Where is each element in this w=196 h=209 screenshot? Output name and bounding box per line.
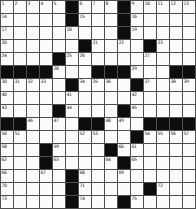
cell-r7-c11: [131, 79, 143, 91]
clue-number: 42: [132, 92, 137, 97]
cell-r14-c11[interactable]: [131, 170, 143, 182]
clue-number: 11: [158, 1, 163, 6]
cell-r11-c7[interactable]: 52: [79, 131, 91, 143]
cell-r8-c12[interactable]: [144, 92, 156, 104]
cell-r4-c15[interactable]: [183, 40, 195, 52]
cell-r14-c14[interactable]: [170, 170, 182, 182]
cell-r16-c3[interactable]: [27, 196, 39, 208]
cell-r15-c12: [144, 183, 156, 195]
cell-r7-c12[interactable]: 37: [144, 79, 156, 91]
cell-r1-c9[interactable]: 8: [105, 1, 117, 13]
cell-r5-c9[interactable]: [105, 53, 117, 65]
cell-r1-c8[interactable]: 7: [92, 1, 104, 13]
cell-r14-c2[interactable]: [14, 170, 26, 182]
cell-r14-c10[interactable]: 69: [118, 170, 130, 182]
clue-number: 21: [93, 40, 98, 45]
cell-r8-c11[interactable]: 42: [131, 92, 143, 104]
cell-r14-c3[interactable]: [27, 170, 39, 182]
cell-r11-c11: [131, 131, 143, 143]
cell-r12-c10[interactable]: 60: [118, 144, 130, 156]
cell-r16-c4[interactable]: [40, 196, 52, 208]
cell-r4-c5[interactable]: [53, 40, 65, 52]
cell-r11-c13[interactable]: 55: [157, 131, 169, 143]
cell-r3-c15[interactable]: [183, 27, 195, 39]
cell-r4-c13[interactable]: 23: [157, 40, 169, 52]
cell-r5-c13[interactable]: [157, 53, 169, 65]
cell-r16-c13[interactable]: [157, 196, 169, 208]
cell-r3-c2[interactable]: [14, 27, 26, 39]
cell-r4-c2[interactable]: [14, 40, 26, 52]
cell-r14-c9[interactable]: [105, 170, 117, 182]
cell-r11-c6[interactable]: [66, 131, 78, 143]
cell-r12-c8[interactable]: [92, 144, 104, 156]
cell-r11-c1[interactable]: 50: [1, 131, 13, 143]
cell-r5-c3[interactable]: [27, 53, 39, 65]
cell-r4-c12: [144, 40, 156, 52]
clue-number: 35: [93, 79, 98, 84]
cell-r15-c11[interactable]: [131, 183, 143, 195]
cell-r2-c15[interactable]: [183, 14, 195, 26]
clue-number: 73: [2, 196, 7, 201]
cell-r12-c9: [105, 144, 117, 156]
cell-r13-c8[interactable]: [92, 157, 104, 169]
cell-r14-c7[interactable]: 68: [79, 170, 91, 182]
clue-number: 45: [132, 105, 137, 110]
cell-r5-c7[interactable]: 26: [79, 53, 91, 65]
cell-r15-c8[interactable]: [92, 183, 104, 195]
cell-r9-c9[interactable]: [105, 105, 117, 117]
cell-r10-c15: [183, 118, 195, 130]
cell-r1-c2[interactable]: 2: [14, 1, 26, 13]
cell-r1-c14[interactable]: 12: [170, 1, 182, 13]
clue-number: 29: [132, 66, 137, 71]
cell-r10-c7: [79, 118, 91, 130]
cell-r10-c2: [14, 118, 26, 130]
cell-r3-c13[interactable]: [157, 27, 169, 39]
clue-number: 41: [67, 92, 72, 97]
cell-r3-c6[interactable]: 18: [66, 27, 78, 39]
cell-r6-c6[interactable]: [66, 66, 78, 78]
cell-r11-c3[interactable]: [27, 131, 39, 143]
clue-number: 19: [132, 27, 137, 32]
cell-r1-c7[interactable]: 6: [79, 1, 91, 13]
clue-number: 68: [80, 170, 85, 175]
cell-r6-c10: [118, 66, 130, 78]
clue-number: 53: [93, 131, 98, 136]
cell-r2-c1[interactable]: 14: [1, 14, 13, 26]
cell-r13-c12[interactable]: [144, 157, 156, 169]
clue-number: 4: [41, 1, 44, 6]
cell-r15-c2[interactable]: [14, 183, 26, 195]
cell-r6-c3: [27, 66, 39, 78]
cell-r10-c9[interactable]: 48: [105, 118, 117, 130]
cell-r9-c11[interactable]: 45: [131, 105, 143, 117]
cell-r3-c1[interactable]: 17: [1, 27, 13, 39]
clue-number: 28: [54, 66, 59, 71]
cell-r9-c6[interactable]: 44: [66, 105, 78, 117]
crossword-board: 1234567891011121314151617181920212223242…: [0, 0, 196, 209]
clue-number: 67: [41, 170, 46, 175]
cell-r9-c3[interactable]: [27, 105, 39, 117]
clue-number: 48: [106, 118, 111, 123]
cell-r13-c9[interactable]: 64: [105, 157, 117, 169]
cell-r10-c8: [92, 118, 104, 130]
clue-number: 51: [15, 131, 20, 136]
cell-r10-c10[interactable]: 49: [118, 118, 130, 130]
cell-r16-c10: [118, 196, 130, 208]
cell-r9-c14[interactable]: [170, 105, 182, 117]
cell-r15-c9[interactable]: [105, 183, 117, 195]
cell-r9-c12[interactable]: [144, 105, 156, 117]
cell-r2-c4[interactable]: [40, 14, 52, 26]
cell-r12-c15[interactable]: [183, 144, 195, 156]
cell-r16-c7[interactable]: 74: [79, 196, 91, 208]
cell-r2-c5[interactable]: [53, 14, 65, 26]
clue-number: 37: [145, 79, 150, 84]
cell-r14-c15[interactable]: [183, 170, 195, 182]
cell-r3-c10: [118, 27, 130, 39]
cell-r7-c13[interactable]: [157, 79, 169, 91]
cell-r12-c14[interactable]: [170, 144, 182, 156]
cell-r15-c7[interactable]: 71: [79, 183, 91, 195]
cell-r16-c8[interactable]: [92, 196, 104, 208]
cell-r3-c9[interactable]: [105, 27, 117, 39]
cell-r8-c3[interactable]: [27, 92, 39, 104]
clue-number: 55: [158, 131, 163, 136]
cell-r12-c13[interactable]: [157, 144, 169, 156]
clue-number: 14: [2, 14, 7, 19]
clue-number: 40: [2, 92, 7, 97]
cell-r8-c1[interactable]: 40: [1, 92, 13, 104]
cell-r4-c9[interactable]: [105, 40, 117, 52]
clue-number: 69: [119, 170, 124, 175]
cell-r2-c10: [118, 14, 130, 26]
clue-number: 65: [132, 157, 137, 162]
clue-number: 75: [132, 196, 137, 201]
cell-r8-c4[interactable]: [40, 92, 52, 104]
cell-r11-c14[interactable]: 56: [170, 131, 182, 143]
cell-r8-c9[interactable]: [105, 92, 117, 104]
cell-r4-c8[interactable]: 21: [92, 40, 104, 52]
cell-r7-c14[interactable]: 38: [170, 79, 182, 91]
cell-r7-c9[interactable]: 36: [105, 79, 117, 91]
cell-r12-c2[interactable]: [14, 144, 26, 156]
cell-r14-c6: [66, 170, 78, 182]
cell-r6-c2: [14, 66, 26, 78]
clue-number: 20: [2, 40, 7, 45]
cell-r7-c7[interactable]: 34: [79, 79, 91, 91]
clue-number: 50: [2, 131, 7, 136]
cell-r9-c13[interactable]: [157, 105, 169, 117]
cell-r2-c2[interactable]: [14, 14, 26, 26]
cell-r9-c1[interactable]: 43: [1, 105, 13, 117]
cell-r7-c4[interactable]: 33: [40, 79, 52, 91]
clue-number: 54: [145, 131, 150, 136]
cell-r13-c14[interactable]: [170, 157, 182, 169]
clue-number: 17: [2, 27, 7, 32]
cell-r6-c7[interactable]: [79, 66, 91, 78]
cell-r9-c7[interactable]: [79, 105, 91, 117]
cell-r1-c4[interactable]: 4: [40, 1, 52, 13]
clue-number: 63: [54, 157, 59, 162]
cell-r5-c12[interactable]: 27: [144, 53, 156, 65]
cell-r15-c10[interactable]: [118, 183, 130, 195]
cell-r3-c4[interactable]: [40, 27, 52, 39]
cell-r4-c14[interactable]: [170, 40, 182, 52]
clue-number: 56: [171, 131, 176, 136]
cell-r11-c12[interactable]: 54: [144, 131, 156, 143]
cell-r16-c15[interactable]: [183, 196, 195, 208]
clue-number: 46: [28, 118, 33, 123]
clue-number: 58: [2, 144, 7, 149]
cell-r13-c11[interactable]: 65: [131, 157, 143, 169]
clue-number: 66: [2, 170, 7, 175]
cell-r5-c10[interactable]: [118, 53, 130, 65]
cell-r7-c15[interactable]: 39: [183, 79, 195, 91]
cell-r16-c5[interactable]: [53, 196, 65, 208]
cell-r13-c5[interactable]: 63: [53, 157, 65, 169]
cell-r11-c2[interactable]: 51: [14, 131, 26, 143]
clue-number: 43: [2, 105, 7, 110]
clue-number: 22: [119, 40, 124, 45]
cell-r16-c11[interactable]: 75: [131, 196, 143, 208]
clue-number: 10: [145, 1, 150, 6]
cell-r10-c13: [157, 118, 169, 130]
cell-r14-c12[interactable]: [144, 170, 156, 182]
clue-number: 47: [54, 118, 59, 123]
cell-r7-c10[interactable]: [118, 79, 130, 91]
cell-r12-c11[interactable]: 61: [131, 144, 143, 156]
cell-r2-c11[interactable]: 16: [131, 14, 143, 26]
cell-r13-c15[interactable]: [183, 157, 195, 169]
clue-number: 2: [15, 1, 18, 6]
clue-number: 9: [132, 1, 135, 6]
clue-number: 38: [171, 79, 176, 84]
cell-r7-c1[interactable]: 30: [1, 79, 13, 91]
clue-number: 57: [184, 131, 189, 136]
cell-r6-c15: [183, 66, 195, 78]
clue-number: 3: [28, 1, 31, 6]
cell-r12-c7[interactable]: [79, 144, 91, 156]
cell-r1-c12[interactable]: 10: [144, 1, 156, 13]
cell-r6-c1: [1, 66, 13, 78]
cell-r8-c15[interactable]: [183, 92, 195, 104]
cell-r5-c1[interactable]: 24: [1, 53, 13, 65]
clue-number: 33: [41, 79, 46, 84]
cell-r6-c14: [170, 66, 182, 78]
cell-r7-c6: [66, 79, 78, 91]
cell-r12-c12[interactable]: [144, 144, 156, 156]
cell-r5-c8[interactable]: [92, 53, 104, 65]
cell-r13-c2[interactable]: [14, 157, 26, 169]
clue-number: 27: [145, 53, 150, 58]
cell-r1-c11[interactable]: 9: [131, 1, 143, 13]
cell-r9-c10: [118, 105, 130, 117]
cell-r6-c4: [40, 66, 52, 78]
cell-r12-c1[interactable]: 58: [1, 144, 13, 156]
cell-r8-c6[interactable]: 41: [66, 92, 78, 104]
cell-r1-c3[interactable]: 3: [27, 1, 39, 13]
cell-r1-c13[interactable]: 11: [157, 1, 169, 13]
clue-number: 13: [184, 1, 189, 6]
cell-r13-c13[interactable]: [157, 157, 169, 169]
cell-r9-c2[interactable]: [14, 105, 26, 117]
cell-r3-c12[interactable]: [144, 27, 156, 39]
cell-r2-c7[interactable]: 15: [79, 14, 91, 26]
cell-r6-c13[interactable]: [157, 66, 169, 78]
cell-r13-c4: [40, 157, 52, 169]
cell-r5-c6[interactable]: 25: [66, 53, 78, 65]
clue-number: 49: [119, 118, 124, 123]
cell-r11-c5[interactable]: [53, 131, 65, 143]
cell-r8-c14[interactable]: [170, 92, 182, 104]
cell-r14-c4[interactable]: 67: [40, 170, 52, 182]
cell-r4-c6[interactable]: [66, 40, 78, 52]
cell-r12-c3[interactable]: [27, 144, 39, 156]
cell-r11-c4[interactable]: [40, 131, 52, 143]
cell-r2-c12[interactable]: [144, 14, 156, 26]
cell-r8-c8[interactable]: [92, 92, 104, 104]
cell-r2-c13[interactable]: [157, 14, 169, 26]
cell-r16-c1[interactable]: 73: [1, 196, 13, 208]
cell-r5-c14[interactable]: [170, 53, 182, 65]
clue-number: 52: [80, 131, 85, 136]
clue-number: 23: [158, 40, 163, 45]
cell-r12-c5[interactable]: 59: [53, 144, 65, 156]
cell-r9-c15[interactable]: [183, 105, 195, 117]
clue-number: 61: [132, 144, 137, 149]
cell-r16-c14[interactable]: [170, 196, 182, 208]
clue-number: 1: [2, 1, 5, 6]
clue-number: 62: [2, 157, 7, 162]
cell-r5-c4[interactable]: [40, 53, 52, 65]
clue-number: 72: [158, 183, 163, 188]
cell-r15-c14[interactable]: [170, 183, 182, 195]
clue-number: 64: [106, 157, 111, 162]
clue-number: 71: [80, 183, 85, 188]
cell-r1-c6: [66, 1, 78, 13]
cell-r6-c5[interactable]: 28: [53, 66, 65, 78]
cell-r8-c13[interactable]: [157, 92, 169, 104]
cell-r12-c4: [40, 144, 52, 156]
cell-r15-c1[interactable]: 70: [1, 183, 13, 195]
cell-r13-c6[interactable]: [66, 157, 78, 169]
cell-r13-c1[interactable]: 62: [1, 157, 13, 169]
cell-r2-c9[interactable]: [105, 14, 117, 26]
cell-r8-c7[interactable]: [79, 92, 91, 104]
cell-r12-c6[interactable]: [66, 144, 78, 156]
cell-r14-c8[interactable]: [92, 170, 104, 182]
cell-r1-c15[interactable]: 13: [183, 1, 195, 13]
cell-r5-c15[interactable]: [183, 53, 195, 65]
cell-r10-c4[interactable]: [40, 118, 52, 130]
cell-r2-c14[interactable]: [170, 14, 182, 26]
cell-r14-c5[interactable]: [53, 170, 65, 182]
cell-r16-c2[interactable]: [14, 196, 26, 208]
cell-r3-c7[interactable]: [79, 27, 91, 39]
cell-r10-c14: [170, 118, 182, 130]
cell-r13-c3[interactable]: [27, 157, 39, 169]
cell-r4-c10[interactable]: 22: [118, 40, 130, 52]
cell-r15-c3[interactable]: [27, 183, 39, 195]
cell-r4-c7: [79, 40, 91, 52]
clue-number: 6: [80, 1, 83, 6]
cell-r1-c1[interactable]: 1: [1, 1, 13, 13]
cell-r8-c5[interactable]: [53, 92, 65, 104]
cell-r10-c11[interactable]: [131, 118, 143, 130]
cell-r11-c9[interactable]: [105, 131, 117, 143]
cell-r3-c3[interactable]: [27, 27, 39, 39]
cell-r11-c15[interactable]: 57: [183, 131, 195, 143]
cell-r8-c10[interactable]: [118, 92, 130, 104]
cell-r7-c2[interactable]: 31: [14, 79, 26, 91]
cell-r16-c9[interactable]: [105, 196, 117, 208]
clue-number: 25: [67, 53, 72, 58]
cell-r10-c3[interactable]: 46: [27, 118, 39, 130]
cell-r3-c8[interactable]: [92, 27, 104, 39]
cell-r4-c1[interactable]: 20: [1, 40, 13, 52]
cell-r2-c6: [66, 14, 78, 26]
cell-r14-c1[interactable]: 66: [1, 170, 13, 182]
cell-r13-c7[interactable]: [79, 157, 91, 169]
cell-r6-c12[interactable]: [144, 66, 156, 78]
cell-r6-c11[interactable]: 29: [131, 66, 143, 78]
cell-r10-c1: [1, 118, 13, 130]
cell-r11-c8[interactable]: 53: [92, 131, 104, 143]
cell-r15-c5[interactable]: [53, 183, 65, 195]
cell-r10-c12: [144, 118, 156, 130]
cell-r1-c5[interactable]: 5: [53, 1, 65, 13]
cell-r13-c10: [118, 157, 130, 169]
cell-r7-c3[interactable]: 32: [27, 79, 39, 91]
cell-r6-c9: [105, 66, 117, 78]
clue-number: 7: [93, 1, 96, 6]
cell-r4-c11[interactable]: [131, 40, 143, 52]
clue-number: 26: [80, 53, 85, 58]
cell-r14-c13[interactable]: [157, 170, 169, 182]
cell-r3-c14[interactable]: [170, 27, 182, 39]
cell-r2-c8[interactable]: [92, 14, 104, 26]
clue-number: 16: [132, 14, 137, 19]
cell-r11-c10[interactable]: [118, 131, 130, 143]
cell-r3-c5[interactable]: [53, 27, 65, 39]
cell-r7-c5[interactable]: [53, 79, 65, 91]
cell-r4-c3[interactable]: [27, 40, 39, 52]
clue-number: 15: [80, 14, 85, 19]
crossword-grid: 1234567891011121314151617181920212223242…: [0, 0, 196, 209]
cell-r9-c8[interactable]: [92, 105, 104, 117]
cell-r9-c4[interactable]: [40, 105, 52, 117]
cell-r5-c2[interactable]: [14, 53, 26, 65]
cell-r15-c15[interactable]: [183, 183, 195, 195]
clue-number: 59: [54, 144, 59, 149]
cell-r9-c5: [53, 105, 65, 117]
cell-r8-c2[interactable]: [14, 92, 26, 104]
cell-r10-c5[interactable]: 47: [53, 118, 65, 130]
cell-r15-c4[interactable]: [40, 183, 52, 195]
clue-number: 32: [28, 79, 33, 84]
clue-number: 18: [67, 27, 72, 32]
cell-r7-c8[interactable]: 35: [92, 79, 104, 91]
cell-r15-c13[interactable]: 72: [157, 183, 169, 195]
cell-r4-c4[interactable]: [40, 40, 52, 52]
cell-r2-c3[interactable]: [27, 14, 39, 26]
cell-r10-c6[interactable]: [66, 118, 78, 130]
cell-r5-c11[interactable]: [131, 53, 143, 65]
cell-r16-c12[interactable]: [144, 196, 156, 208]
clue-number: 12: [171, 1, 176, 6]
cell-r3-c11[interactable]: 19: [131, 27, 143, 39]
